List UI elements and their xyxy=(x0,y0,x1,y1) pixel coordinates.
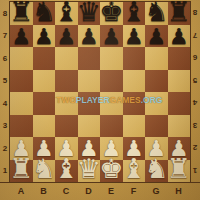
file-label-g: G xyxy=(145,184,167,198)
white-king-e1[interactable]: ♚ xyxy=(100,159,123,182)
file-label-f: F xyxy=(123,184,145,198)
rank-label-6-left: 6 xyxy=(0,47,10,69)
square-h3[interactable] xyxy=(168,115,191,138)
square-a5[interactable] xyxy=(10,70,33,93)
rank-label-4-left: 4 xyxy=(0,92,10,114)
black-pawn-b7[interactable]: ♟ xyxy=(32,24,55,47)
chess-game-screenshot: 8877665544332211ABCDEFGH ♜♞♝♛♚♝♞♜♟♟♟♟♟♟♟… xyxy=(0,0,200,200)
square-f4[interactable] xyxy=(123,92,146,115)
rank-label-7-left: 7 xyxy=(0,25,10,47)
square-h5[interactable] xyxy=(168,70,191,93)
square-a4[interactable] xyxy=(10,92,33,115)
black-pawn-g7[interactable]: ♟ xyxy=(145,24,168,47)
white-rook-h1[interactable]: ♜ xyxy=(167,159,190,182)
square-d5[interactable] xyxy=(78,70,101,93)
black-rook-a8[interactable]: ♜ xyxy=(10,2,33,25)
square-c6[interactable] xyxy=(55,47,78,70)
black-pawn-h7[interactable]: ♟ xyxy=(167,24,190,47)
square-f6[interactable] xyxy=(123,47,146,70)
square-h4[interactable] xyxy=(168,92,191,115)
rank-label-3-left: 3 xyxy=(0,115,10,137)
white-bishop-c1[interactable]: ♝ xyxy=(55,159,78,182)
square-f3[interactable] xyxy=(123,115,146,138)
white-queen-d1[interactable]: ♛ xyxy=(77,159,100,182)
square-g3[interactable] xyxy=(145,115,168,138)
black-rook-h8[interactable]: ♜ xyxy=(167,2,190,25)
square-d3[interactable] xyxy=(78,115,101,138)
rank-label-8-right: 8 xyxy=(190,2,200,24)
square-c5[interactable] xyxy=(55,70,78,93)
square-b5[interactable] xyxy=(33,70,56,93)
file-label-a: A xyxy=(10,184,32,198)
black-king-e8[interactable]: ♚ xyxy=(100,2,123,25)
file-label-h: H xyxy=(168,184,190,198)
square-e6[interactable] xyxy=(100,47,123,70)
rank-label-6-right: 6 xyxy=(190,47,200,69)
black-pawn-d7[interactable]: ♟ xyxy=(77,24,100,47)
square-e3[interactable] xyxy=(100,115,123,138)
rank-label-7-right: 7 xyxy=(190,25,200,47)
square-c3[interactable] xyxy=(55,115,78,138)
white-knight-g1[interactable]: ♞ xyxy=(145,159,168,182)
square-f5[interactable] xyxy=(123,70,146,93)
square-a6[interactable] xyxy=(10,47,33,70)
square-g4[interactable] xyxy=(145,92,168,115)
square-e4[interactable] xyxy=(100,92,123,115)
rank-label-5-right: 5 xyxy=(190,70,200,92)
file-label-b: B xyxy=(33,184,55,198)
black-pawn-c7[interactable]: ♟ xyxy=(55,24,78,47)
rank-label-1-right: 1 xyxy=(190,160,200,182)
file-label-c: C xyxy=(55,184,77,198)
white-knight-b1[interactable]: ♞ xyxy=(32,159,55,182)
square-d6[interactable] xyxy=(78,47,101,70)
square-b6[interactable] xyxy=(33,47,56,70)
square-b3[interactable] xyxy=(33,115,56,138)
square-b4[interactable] xyxy=(33,92,56,115)
white-rook-a1[interactable]: ♜ xyxy=(10,159,33,182)
black-pawn-f7[interactable]: ♟ xyxy=(122,24,145,47)
file-label-e: E xyxy=(100,184,122,198)
white-bishop-f1[interactable]: ♝ xyxy=(122,159,145,182)
square-a3[interactable] xyxy=(10,115,33,138)
square-c4[interactable] xyxy=(55,92,78,115)
black-bishop-c8[interactable]: ♝ xyxy=(55,2,78,25)
black-knight-b8[interactable]: ♞ xyxy=(32,2,55,25)
black-pawn-a7[interactable]: ♟ xyxy=(10,24,33,47)
square-g5[interactable] xyxy=(145,70,168,93)
square-g6[interactable] xyxy=(145,47,168,70)
rank-label-3-right: 3 xyxy=(190,115,200,137)
rank-label-2-right: 2 xyxy=(190,137,200,159)
black-bishop-f8[interactable]: ♝ xyxy=(122,2,145,25)
square-e5[interactable] xyxy=(100,70,123,93)
square-d4[interactable] xyxy=(78,92,101,115)
black-knight-g8[interactable]: ♞ xyxy=(145,2,168,25)
file-label-d: D xyxy=(78,184,100,198)
square-h6[interactable] xyxy=(168,47,191,70)
rank-label-4-right: 4 xyxy=(190,92,200,114)
black-queen-d8[interactable]: ♛ xyxy=(77,2,100,25)
black-pawn-e7[interactable]: ♟ xyxy=(100,24,123,47)
rank-label-5-left: 5 xyxy=(0,70,10,92)
